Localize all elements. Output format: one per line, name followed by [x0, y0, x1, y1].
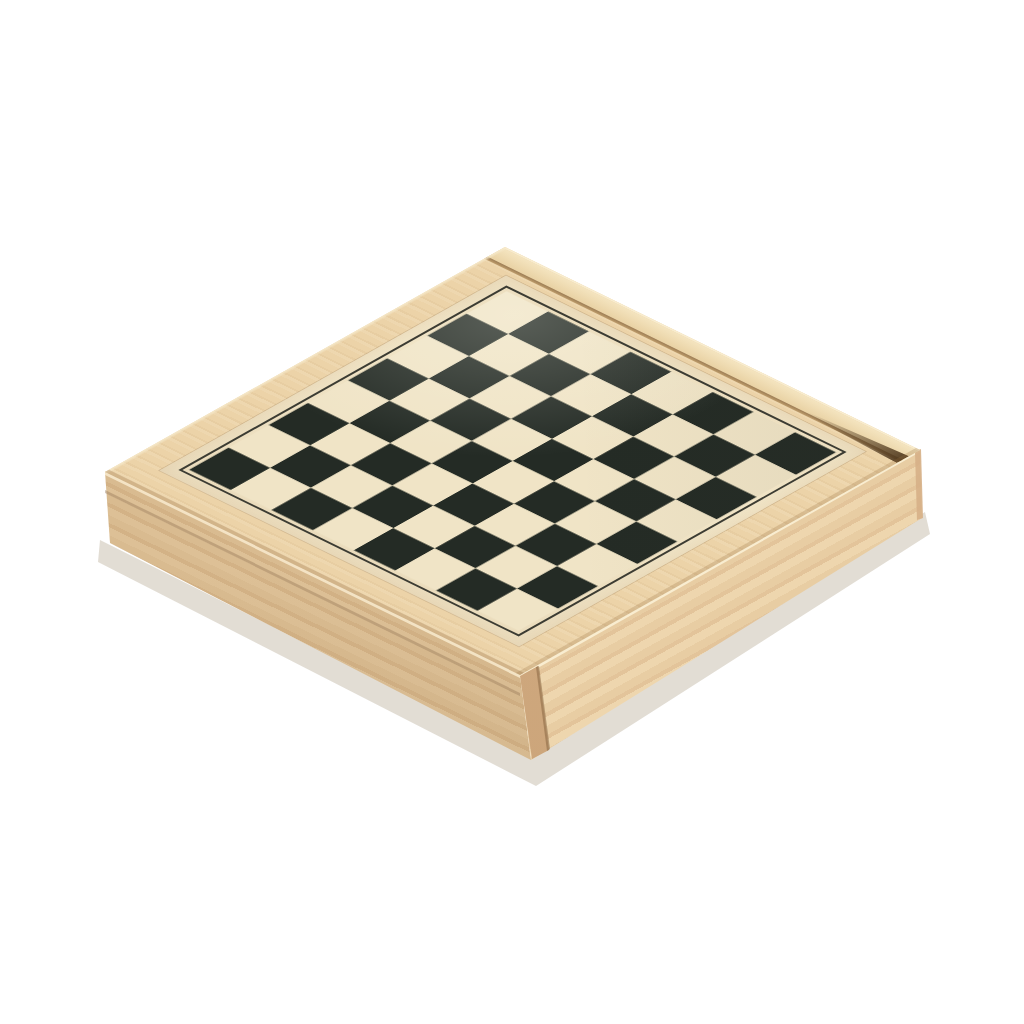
- product-photo-scene: [0, 0, 1024, 1024]
